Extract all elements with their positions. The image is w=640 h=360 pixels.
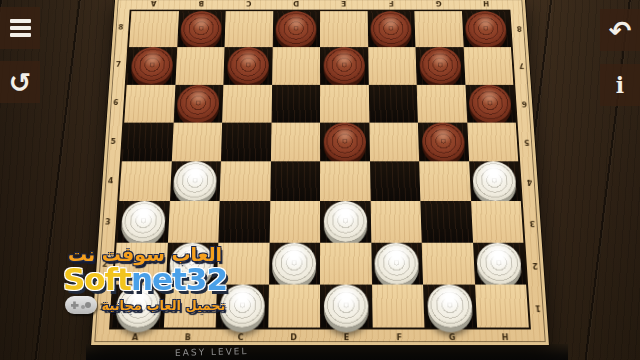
coord-label-f: F [373,329,426,345]
coord-label-b: B [177,0,225,10]
white-piece-f2[interactable] [374,242,419,284]
square-f5 [369,122,419,161]
coord-label-e: E [320,329,373,345]
hamburger-icon [10,19,31,37]
square-d1 [268,284,320,327]
coord-label-c: C [214,329,267,345]
square-e6 [320,84,369,122]
square-d3 [269,201,320,242]
coord-label-f: F [367,0,415,10]
square-e2 [320,242,372,284]
square-b3 [167,201,219,242]
red-piece-b8[interactable] [180,11,222,47]
square-h7 [463,47,513,84]
white-piece-h4[interactable] [472,161,517,201]
red-piece-c7[interactable] [227,47,269,84]
undo-icon: ↶ [609,17,632,44]
square-h5 [467,122,518,161]
red-piece-d8[interactable] [276,11,317,47]
square-h8[interactable] [461,11,510,47]
square-c8 [225,11,273,47]
square-g8 [414,11,463,47]
coord-label-5: 5 [518,122,537,161]
watermark-arabic-bottom: تحميل العاب مجانية [102,299,226,313]
coord-label-8: 8 [510,10,528,47]
square-h1 [475,284,529,327]
square-a4 [119,161,171,201]
square-f7 [368,47,417,84]
square-g3[interactable] [420,201,472,242]
square-d6[interactable] [271,84,320,122]
square-b8[interactable] [177,11,226,47]
red-piece-e7[interactable] [323,47,365,84]
square-b4[interactable] [169,161,220,201]
coord-label-2: 2 [525,243,544,286]
square-b5 [171,122,222,161]
white-piece-b4[interactable] [173,161,217,201]
undo-button[interactable]: ↶ [600,9,640,51]
square-d8[interactable] [272,11,320,47]
square-f1 [372,284,425,327]
checkers-app: ABCDEFGH ABCDEFGH 87654321 87654321 EASY… [0,0,640,360]
square-d7 [272,47,320,84]
white-piece-a3[interactable] [120,201,166,242]
red-piece-b6[interactable] [177,84,220,122]
square-e4 [320,161,370,201]
square-h4[interactable] [469,161,521,201]
square-h6[interactable] [465,84,516,122]
restart-button[interactable]: ↺ [0,61,40,103]
brand-net: net32 [131,261,227,297]
square-h3 [471,201,524,242]
coord-label-a: A [130,0,178,10]
info-button[interactable]: i [600,64,640,106]
coord-label-4: 4 [520,161,539,201]
white-piece-d2[interactable] [272,242,316,284]
red-piece-h6[interactable] [468,84,512,122]
file-labels-bottom: ABCDEFGH [108,329,532,345]
coord-label-3: 3 [523,202,542,243]
square-c7[interactable] [223,47,272,84]
coord-label-g: G [415,0,463,10]
coord-label-6: 6 [515,84,533,122]
coord-label-1: 1 [528,286,548,330]
coord-label-e: E [320,0,368,10]
watermark: العاب سوفت نت Softnet32 تحميل العاب مجان… [36,245,254,314]
gamepad-icon [65,296,97,314]
coord-label-a: A [108,329,162,345]
square-e1[interactable] [320,284,372,327]
board-front-edge [86,344,568,360]
square-g4 [419,161,470,201]
white-piece-e1[interactable] [324,284,369,327]
square-a8 [129,11,178,47]
coord-label-h: H [462,0,510,10]
red-piece-e5[interactable] [323,122,366,161]
coord-label-7: 7 [513,46,531,83]
square-f6[interactable] [368,84,418,122]
coord-label-g: G [425,329,478,345]
square-f3 [370,201,421,242]
red-piece-a7[interactable] [130,47,173,84]
brand-soft: Soft [63,261,131,297]
file-labels-top: ABCDEFGH [130,0,511,10]
menu-button[interactable] [0,7,40,49]
difficulty-label: EASY LEVEL [175,346,249,358]
square-c5[interactable] [221,122,271,161]
coord-label-d: D [267,329,320,345]
square-d5 [270,122,320,161]
square-d4[interactable] [270,161,320,201]
square-e3[interactable] [320,201,371,242]
square-a5[interactable] [122,122,173,161]
square-d2[interactable] [268,242,320,284]
coord-label-h: H [478,329,532,345]
restart-icon: ↺ [9,69,32,96]
square-b7 [175,47,225,84]
red-piece-g7[interactable] [419,47,462,84]
watermark-brand: Softnet32 [36,263,254,296]
square-a3[interactable] [117,201,170,242]
coord-label-b: B [161,329,214,345]
red-piece-g5[interactable] [421,122,465,161]
square-e8 [320,11,368,47]
white-piece-h2[interactable] [476,242,522,284]
square-c3[interactable] [218,201,269,242]
white-piece-e3[interactable] [324,201,368,242]
red-piece-h8[interactable] [465,11,508,47]
square-c6 [222,84,272,122]
square-h2[interactable] [473,242,527,284]
square-a7[interactable] [127,47,177,84]
square-g5[interactable] [418,122,469,161]
coord-label-d: D [272,0,320,10]
white-piece-g1[interactable] [427,284,473,327]
red-piece-f8[interactable] [370,11,412,47]
square-c4 [220,161,271,201]
coord-label-c: C [225,0,273,10]
info-icon: i [616,74,624,96]
square-f2[interactable] [371,242,423,284]
square-g1[interactable] [423,284,477,327]
square-g7[interactable] [415,47,465,84]
square-g2 [422,242,475,284]
square-e7[interactable] [320,47,368,84]
square-a6 [124,84,175,122]
square-g6 [417,84,467,122]
square-b6[interactable] [173,84,223,122]
square-e5[interactable] [320,122,370,161]
square-f8[interactable] [367,11,415,47]
square-f4[interactable] [370,161,421,201]
